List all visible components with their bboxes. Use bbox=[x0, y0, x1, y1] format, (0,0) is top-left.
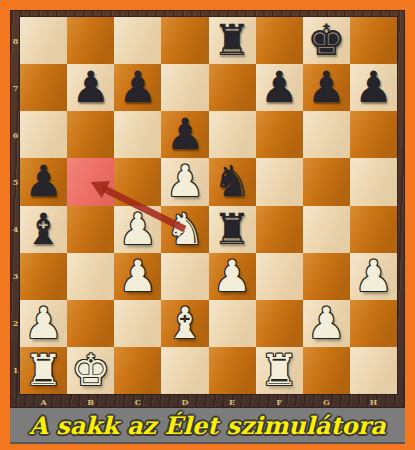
file-label-f: F bbox=[256, 395, 303, 408]
piece-white-pawn-c3[interactable]: ♟ bbox=[119, 255, 158, 298]
square-a4[interactable]: ♝ bbox=[20, 206, 67, 253]
square-d8[interactable] bbox=[161, 17, 208, 64]
square-a2[interactable]: ♟ bbox=[20, 300, 67, 347]
square-a8[interactable] bbox=[20, 17, 67, 64]
square-b6[interactable] bbox=[67, 111, 114, 158]
square-a1[interactable]: ♜ bbox=[20, 347, 67, 394]
square-e8[interactable]: ♜ bbox=[209, 17, 256, 64]
square-a5[interactable]: ♟ bbox=[20, 158, 67, 205]
square-f2[interactable] bbox=[256, 300, 303, 347]
square-b2[interactable] bbox=[67, 300, 114, 347]
piece-black-pawn-g7[interactable]: ♟ bbox=[307, 66, 346, 109]
piece-white-pawn-h3[interactable]: ♟ bbox=[354, 255, 393, 298]
rank-label-7: 7 bbox=[11, 64, 20, 111]
piece-white-pawn-g2[interactable]: ♟ bbox=[307, 302, 346, 345]
piece-black-pawn-c7[interactable]: ♟ bbox=[119, 66, 158, 109]
piece-black-rook-e4[interactable]: ♜ bbox=[213, 208, 252, 251]
page: ♜♚♟♟♟♟♟♟♟♟♞♝♟♞♜♟♟♟♟♝♟♜♚♜ 87654321ABCDEFG… bbox=[0, 0, 415, 450]
square-h4[interactable] bbox=[350, 206, 397, 253]
square-g3[interactable] bbox=[303, 253, 350, 300]
square-f6[interactable] bbox=[256, 111, 303, 158]
square-f7[interactable]: ♟ bbox=[256, 64, 303, 111]
square-g4[interactable] bbox=[303, 206, 350, 253]
piece-white-pawn-a2[interactable]: ♟ bbox=[24, 302, 63, 345]
board: ♜♚♟♟♟♟♟♟♟♟♞♝♟♞♜♟♟♟♟♝♟♜♚♜ bbox=[20, 17, 397, 394]
square-h6[interactable] bbox=[350, 111, 397, 158]
square-e7[interactable] bbox=[209, 64, 256, 111]
square-e4[interactable]: ♜ bbox=[209, 206, 256, 253]
board-frame: ♜♚♟♟♟♟♟♟♟♟♞♝♟♞♜♟♟♟♟♝♟♜♚♜ 87654321ABCDEFG… bbox=[10, 10, 405, 408]
file-label-e: E bbox=[209, 395, 256, 408]
square-c1[interactable] bbox=[114, 347, 161, 394]
square-e2[interactable] bbox=[209, 300, 256, 347]
square-c2[interactable] bbox=[114, 300, 161, 347]
caption-bar: A sakk az Élet szimulátora bbox=[10, 408, 405, 444]
square-h7[interactable]: ♟ bbox=[350, 64, 397, 111]
rank-label-8: 8 bbox=[11, 17, 20, 64]
piece-black-king-g8[interactable]: ♚ bbox=[307, 19, 346, 62]
piece-black-knight-e5[interactable]: ♞ bbox=[213, 160, 252, 203]
rank-label-4: 4 bbox=[11, 206, 20, 253]
piece-white-pawn-e3[interactable]: ♟ bbox=[213, 255, 252, 298]
square-g2[interactable]: ♟ bbox=[303, 300, 350, 347]
caption-text: A sakk az Élet szimulátora bbox=[29, 411, 385, 440]
piece-white-rook-f1[interactable]: ♜ bbox=[260, 349, 299, 392]
piece-black-rook-e8[interactable]: ♜ bbox=[213, 19, 252, 62]
square-g6[interactable] bbox=[303, 111, 350, 158]
square-e3[interactable]: ♟ bbox=[209, 253, 256, 300]
square-b3[interactable] bbox=[67, 253, 114, 300]
square-e6[interactable] bbox=[209, 111, 256, 158]
file-label-g: G bbox=[303, 395, 350, 408]
piece-black-pawn-b7[interactable]: ♟ bbox=[71, 66, 110, 109]
file-label-d: D bbox=[161, 395, 208, 408]
square-h2[interactable] bbox=[350, 300, 397, 347]
rank-label-1: 1 bbox=[11, 347, 20, 394]
piece-black-pawn-a5[interactable]: ♟ bbox=[24, 160, 63, 203]
square-c3[interactable]: ♟ bbox=[114, 253, 161, 300]
square-f5[interactable] bbox=[256, 158, 303, 205]
square-f1[interactable]: ♜ bbox=[256, 347, 303, 394]
square-h3[interactable]: ♟ bbox=[350, 253, 397, 300]
file-label-h: H bbox=[350, 395, 397, 408]
square-c6[interactable] bbox=[114, 111, 161, 158]
piece-black-pawn-d6[interactable]: ♟ bbox=[166, 113, 205, 156]
square-g8[interactable]: ♚ bbox=[303, 17, 350, 64]
square-g7[interactable]: ♟ bbox=[303, 64, 350, 111]
piece-black-pawn-h7[interactable]: ♟ bbox=[354, 66, 393, 109]
square-a6[interactable] bbox=[20, 111, 67, 158]
square-a3[interactable] bbox=[20, 253, 67, 300]
square-e1[interactable] bbox=[209, 347, 256, 394]
rank-label-3: 3 bbox=[11, 253, 20, 300]
square-f4[interactable] bbox=[256, 206, 303, 253]
square-b1[interactable]: ♚ bbox=[67, 347, 114, 394]
square-d1[interactable] bbox=[161, 347, 208, 394]
piece-white-bishop-d2[interactable]: ♝ bbox=[166, 302, 205, 345]
square-h5[interactable] bbox=[350, 158, 397, 205]
square-c5[interactable] bbox=[114, 158, 161, 205]
square-d2[interactable]: ♝ bbox=[161, 300, 208, 347]
piece-white-pawn-c4[interactable]: ♟ bbox=[119, 208, 158, 251]
piece-black-bishop-a4[interactable]: ♝ bbox=[24, 208, 63, 251]
piece-white-pawn-d5[interactable]: ♟ bbox=[166, 160, 205, 203]
square-d6[interactable]: ♟ bbox=[161, 111, 208, 158]
square-c7[interactable]: ♟ bbox=[114, 64, 161, 111]
square-b5[interactable] bbox=[67, 158, 114, 205]
square-g1[interactable] bbox=[303, 347, 350, 394]
rank-label-6: 6 bbox=[11, 111, 20, 158]
square-f3[interactable] bbox=[256, 253, 303, 300]
rank-label-2: 2 bbox=[11, 300, 20, 347]
square-d4[interactable]: ♞ bbox=[161, 206, 208, 253]
square-h1[interactable] bbox=[350, 347, 397, 394]
rank-label-5: 5 bbox=[11, 158, 20, 205]
file-label-c: C bbox=[114, 395, 161, 408]
square-c8[interactable] bbox=[114, 17, 161, 64]
piece-white-knight-d4[interactable]: ♞ bbox=[166, 208, 205, 251]
file-label-b: B bbox=[67, 395, 114, 408]
square-f8[interactable] bbox=[256, 17, 303, 64]
square-d7[interactable] bbox=[161, 64, 208, 111]
square-a7[interactable] bbox=[20, 64, 67, 111]
square-b8[interactable] bbox=[67, 17, 114, 64]
square-c4[interactable]: ♟ bbox=[114, 206, 161, 253]
square-b4[interactable] bbox=[67, 206, 114, 253]
square-d5[interactable]: ♟ bbox=[161, 158, 208, 205]
piece-white-rook-a1[interactable]: ♜ bbox=[24, 349, 63, 392]
file-label-a: A bbox=[20, 395, 67, 408]
square-d3[interactable] bbox=[161, 253, 208, 300]
square-e5[interactable]: ♞ bbox=[209, 158, 256, 205]
square-h8[interactable] bbox=[350, 17, 397, 64]
square-g5[interactable] bbox=[303, 158, 350, 205]
piece-white-king-b1[interactable]: ♚ bbox=[71, 349, 110, 392]
piece-black-pawn-f7[interactable]: ♟ bbox=[260, 66, 299, 109]
square-b7[interactable]: ♟ bbox=[67, 64, 114, 111]
